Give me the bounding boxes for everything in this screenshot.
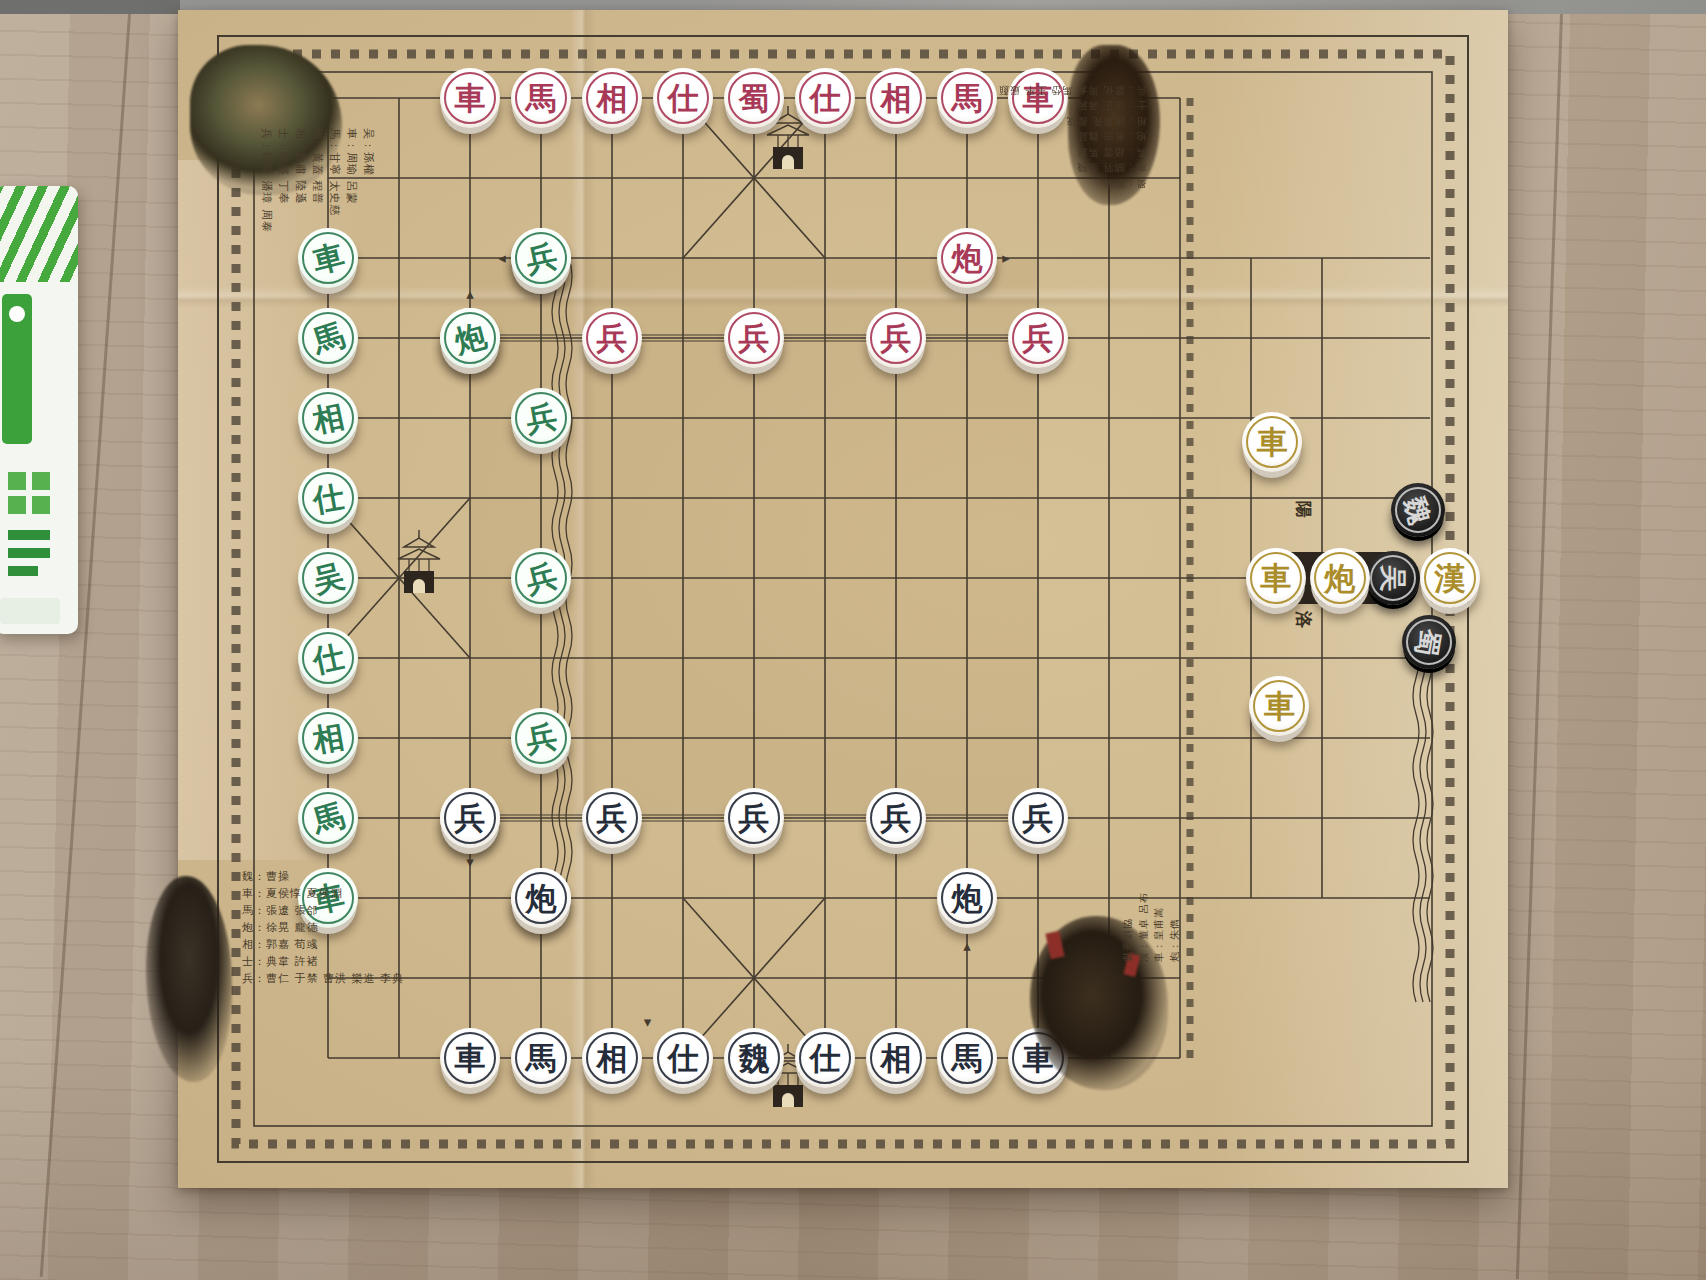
piece-wu-elephant[interactable]: 相	[298, 708, 358, 768]
photo-scene: ◂▸▴▾▴▾ 車馬相仕蜀仕相馬車炮炮兵兵兵兵兵車馬相仕吴仕相馬車炮炮兵兵兵兵兵車…	[0, 0, 1706, 1280]
piece-glyph: 相	[597, 1043, 628, 1074]
city-label-luoyang: 洛	[1292, 611, 1315, 628]
roster-line: 相：郭嘉 荀彧	[242, 936, 404, 953]
tissue-pack	[0, 186, 78, 634]
piece-glyph: 馬	[526, 1043, 557, 1074]
piece-wei-horse[interactable]: 馬	[511, 1028, 571, 1088]
piece-wei-general[interactable]: 魏	[724, 1028, 784, 1088]
piece-glyph: 車	[1264, 691, 1295, 722]
roster-line: 車：夏侯惇 夏侯淵	[242, 885, 404, 902]
piece-shu-advisor[interactable]: 仕	[653, 68, 713, 128]
piece-glyph: 兵	[523, 720, 559, 756]
piece-wei-soldier[interactable]: 兵	[582, 788, 642, 848]
piece-wu-soldier[interactable]: 兵	[511, 228, 571, 288]
piece-glyph: 相	[310, 400, 347, 437]
piece-glyph: 蜀	[739, 83, 770, 114]
piece-wu-advisor[interactable]: 仕	[298, 468, 358, 528]
piece-glyph: 兵	[523, 400, 559, 436]
roster-line: 吴：孫權	[360, 128, 377, 233]
piece-shu-chariot[interactable]: 車	[440, 68, 500, 128]
roster-wei: 魏：曹操車：夏侯惇 夏侯淵馬：張遼 張郃炮：徐晃 龐德相：郭嘉 荀彧士：典韋 許…	[242, 868, 404, 987]
piece-glyph: 車	[309, 239, 347, 277]
piece-wei-horse[interactable]: 馬	[937, 1028, 997, 1088]
piece-wu-soldier[interactable]: 兵	[511, 388, 571, 448]
piece-glyph: 相	[310, 720, 346, 756]
piece-glyph: 仕	[310, 480, 346, 516]
piece-shu-cannon[interactable]: 炮	[937, 228, 997, 288]
piece-wu-horse[interactable]: 馬	[298, 308, 358, 368]
roster-line: 馬：趙雲 馬超	[998, 144, 1147, 160]
tissue-icons	[8, 472, 52, 592]
roster-line: 車：關羽 張飛	[998, 160, 1147, 176]
roster-line: 士：法正 蔣琬	[998, 98, 1147, 114]
piece-shu-general[interactable]: 蜀	[724, 68, 784, 128]
tissue-stripes	[0, 186, 78, 282]
piece-glyph: 兵	[597, 803, 628, 834]
piece-glyph: 魏	[739, 1043, 770, 1074]
piece-wu-horse[interactable]: 馬	[298, 788, 358, 848]
piece-glyph: 蜀	[1413, 626, 1444, 657]
roster-line: 士：典韋 許褚	[242, 953, 404, 970]
piece-glyph: 吴	[309, 559, 347, 597]
piece-han-chariot[interactable]: 車	[1242, 412, 1302, 472]
piece-glyph: 兵	[522, 559, 560, 597]
piece-glyph: 炮	[526, 883, 557, 914]
roster-han: 獻帝劉協漢：董卓 呂布車：皇甫嵩炮：朱儁	[1120, 892, 1182, 962]
piece-wei-advisor[interactable]: 仕	[653, 1028, 713, 1088]
roster-line: 車：皇甫嵩	[1151, 892, 1167, 962]
roster-line: 馬：張遼 張郃	[242, 902, 404, 919]
piece-glyph: 車	[1260, 563, 1291, 594]
piece-wei-elephant[interactable]: 相	[582, 1028, 642, 1088]
piece-glyph: 兵	[597, 323, 628, 354]
piece-wu-soldier[interactable]: 兵	[511, 548, 571, 608]
piece-glyph: 相	[597, 83, 628, 114]
roster-line: 魏：曹操	[242, 868, 404, 885]
piece-wu-elephant[interactable]: 相	[298, 388, 358, 448]
roster-line: 馬：甘寧 太史慈	[326, 128, 343, 233]
piece-glyph: 兵	[881, 323, 912, 354]
piece-glyph: 仕	[310, 640, 347, 677]
piece-glyph: 相	[881, 1043, 912, 1074]
piece-shu-soldier[interactable]: 兵	[1008, 308, 1068, 368]
piece-glyph: 兵	[523, 240, 560, 277]
piece-glyph: 仕	[668, 1043, 699, 1074]
roster-line: 兵：廖化 周倉 馬岱 王平 嚴顏	[998, 82, 1147, 98]
piece-shu-soldier[interactable]: 兵	[866, 308, 926, 368]
piece-glyph: 馬	[308, 318, 347, 357]
piece-glyph: 漢	[1434, 563, 1465, 594]
piece-glyph: 魏	[1401, 493, 1434, 526]
piece-glyph: 兵	[739, 803, 770, 834]
piece-glyph: 車	[455, 1043, 486, 1074]
roster-line: 炮：黃蓋 程普	[309, 128, 326, 233]
piece-glyph: 馬	[526, 83, 557, 114]
piece-glyph: 車	[1257, 427, 1288, 458]
piece-wei-soldier[interactable]: 兵	[724, 788, 784, 848]
piece-glyph: 炮	[952, 883, 983, 914]
piece-glyph: 馬	[952, 83, 983, 114]
piece-han-chariot[interactable]: 車	[1246, 548, 1306, 608]
marker-flag-wei[interactable]: 魏	[1391, 483, 1445, 537]
piece-glyph: 馬	[952, 1043, 983, 1074]
piece-glyph: 兵	[1023, 803, 1054, 834]
piece-glyph: 兵	[1023, 323, 1054, 354]
piece-wei-soldier[interactable]: 兵	[1008, 788, 1068, 848]
piece-glyph: 吴	[1380, 565, 1407, 592]
roster-wu: 吴：孫權車：周瑜 呂蒙馬：甘寧 太史慈炮：黃蓋 程普相：魯肅 陸遜士：徐盛 丁奉…	[258, 128, 377, 233]
piece-glyph: 兵	[881, 803, 912, 834]
roster-line: 獻帝劉協	[1120, 892, 1136, 962]
city-label-luoyang: 陽	[1292, 501, 1315, 518]
roster-line: 炮：黃忠 魏延	[998, 129, 1147, 145]
roster-line: 兵：曹仁 于禁 曹洪 樂進 李典	[242, 970, 404, 987]
roster-line: 相：魯肅 陸遜	[292, 128, 309, 233]
piece-wei-soldier[interactable]: 兵	[440, 788, 500, 848]
piece-wu-soldier[interactable]: 兵	[511, 708, 571, 768]
roster-line: 蜀：劉備	[998, 175, 1147, 191]
piece-glyph: 車	[455, 83, 486, 114]
roster-line: 相：諸葛亮 龐統	[998, 113, 1147, 129]
tissue-foot	[0, 598, 60, 624]
piece-glyph: 馬	[309, 799, 347, 837]
piece-wei-advisor[interactable]: 仕	[795, 1028, 855, 1088]
piece-glyph: 仕	[668, 83, 699, 114]
roster-line: 炮：朱儁	[1167, 892, 1183, 962]
piece-shu-elephant[interactable]: 相	[866, 68, 926, 128]
roster-line: 漢：董卓 呂布	[1136, 892, 1152, 962]
piece-han-emperor[interactable]: 漢	[1420, 548, 1480, 608]
marker-flag-wu[interactable]: 吴	[1366, 551, 1420, 605]
piece-glyph: 兵	[455, 803, 486, 834]
pieces-layer: 車馬相仕蜀仕相馬車炮炮兵兵兵兵兵車馬相仕吴仕相馬車炮炮兵兵兵兵兵車馬相仕魏仕相馬…	[178, 10, 1508, 1188]
piece-wu-chariot[interactable]: 車	[298, 228, 358, 288]
piece-glyph: 炮	[1324, 563, 1355, 594]
piece-han-chariot[interactable]: 車	[1249, 676, 1309, 736]
tissue-logo	[2, 294, 32, 444]
roster-line: 士：徐盛 丁奉	[275, 128, 292, 233]
piece-wei-cannon[interactable]: 炮	[511, 868, 571, 928]
piece-glyph: 仕	[810, 83, 841, 114]
piece-shu-elephant[interactable]: 相	[582, 68, 642, 128]
piece-wu-general[interactable]: 吴	[298, 548, 358, 608]
piece-glyph: 炮	[952, 243, 983, 274]
piece-glyph: 炮	[451, 319, 489, 357]
piece-wei-chariot[interactable]: 車	[440, 1028, 500, 1088]
roster-shu: 蜀：劉備車：關羽 張飛馬：趙雲 馬超炮：黃忠 魏延相：諸葛亮 龐統士：法正 蔣琬…	[998, 82, 1147, 191]
roster-line: 兵：韓當 潘璋 周泰	[258, 128, 275, 233]
piece-han-cannon[interactable]: 炮	[1310, 548, 1370, 608]
piece-wei-cannon[interactable]: 炮	[937, 868, 997, 928]
roster-line: 炮：徐晃 龐德	[242, 919, 404, 936]
piece-glyph: 仕	[810, 1043, 841, 1074]
piece-wei-elephant[interactable]: 相	[866, 1028, 926, 1088]
marker-flag-shu[interactable]: 蜀	[1402, 615, 1456, 669]
piece-shu-soldier[interactable]: 兵	[582, 308, 642, 368]
game-board: ◂▸▴▾▴▾ 車馬相仕蜀仕相馬車炮炮兵兵兵兵兵車馬相仕吴仕相馬車炮炮兵兵兵兵兵車…	[178, 10, 1508, 1188]
piece-glyph: 兵	[739, 323, 770, 354]
piece-shu-advisor[interactable]: 仕	[795, 68, 855, 128]
piece-wu-cannon[interactable]: 炮	[440, 308, 500, 368]
roster-line: 車：周瑜 呂蒙	[343, 128, 360, 233]
piece-glyph: 相	[881, 83, 912, 114]
piece-shu-horse[interactable]: 馬	[937, 68, 997, 128]
piece-shu-soldier[interactable]: 兵	[724, 308, 784, 368]
piece-shu-horse[interactable]: 馬	[511, 68, 571, 128]
piece-wei-soldier[interactable]: 兵	[866, 788, 926, 848]
piece-wu-advisor[interactable]: 仕	[298, 628, 358, 688]
